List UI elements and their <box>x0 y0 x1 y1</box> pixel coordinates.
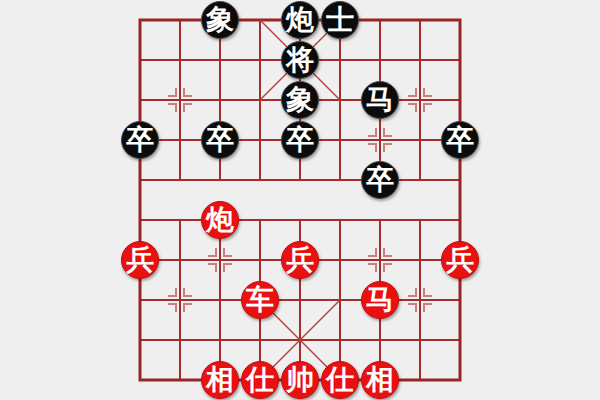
piece-red-advisor[interactable]: 仕 <box>321 361 359 399</box>
board-point-1-4[interactable] <box>160 160 200 200</box>
board-point-1-1[interactable] <box>160 40 200 80</box>
board-point-8-8[interactable] <box>440 320 480 360</box>
piece-black-horse[interactable]: 马 <box>361 81 399 119</box>
board-point-6-8[interactable] <box>360 320 400 360</box>
board-point-7-8[interactable] <box>400 320 440 360</box>
board-point-2-8[interactable] <box>200 320 240 360</box>
board-point-5-6[interactable] <box>320 240 360 280</box>
board-point-7-5[interactable] <box>400 200 440 240</box>
board-point-8-2[interactable] <box>440 80 480 120</box>
piece-black-soldier[interactable]: 卒 <box>201 121 239 159</box>
board-point-8-0[interactable] <box>440 0 480 40</box>
board-point-1-7[interactable] <box>160 280 200 320</box>
board-point-4-7[interactable] <box>280 280 320 320</box>
board-point-1-2[interactable] <box>160 80 200 120</box>
board-point-6-0[interactable] <box>360 0 400 40</box>
board-point-2-1[interactable] <box>200 40 240 80</box>
board-point-4-8[interactable] <box>280 320 320 360</box>
piece-red-chariot[interactable]: 车 <box>241 281 279 319</box>
xiangqi-board: 象炮士将象马卒卒卒卒卒炮兵兵兵车马相仕帅仕相 <box>120 0 480 400</box>
board-point-5-5[interactable] <box>320 200 360 240</box>
piece-black-general[interactable]: 将 <box>281 41 319 79</box>
xiangqi-app-screen: 象炮士将象马卒卒卒卒卒炮兵兵兵车马相仕帅仕相 <box>0 0 600 400</box>
board-point-2-7[interactable] <box>200 280 240 320</box>
board-point-0-2[interactable] <box>120 80 160 120</box>
board-point-1-6[interactable] <box>160 240 200 280</box>
board-point-5-4[interactable] <box>320 160 360 200</box>
piece-black-soldier[interactable]: 卒 <box>441 121 479 159</box>
piece-red-cannon[interactable]: 炮 <box>201 201 239 239</box>
piece-red-elephant[interactable]: 相 <box>361 361 399 399</box>
piece-black-soldier[interactable]: 卒 <box>281 121 319 159</box>
board-point-0-5[interactable] <box>120 200 160 240</box>
piece-black-elephant[interactable]: 象 <box>201 1 239 39</box>
board-point-8-4[interactable] <box>440 160 480 200</box>
board-point-7-9[interactable] <box>400 360 440 400</box>
board-point-3-3[interactable] <box>240 120 280 160</box>
board-point-1-5[interactable] <box>160 200 200 240</box>
board-point-6-1[interactable] <box>360 40 400 80</box>
board-point-1-9[interactable] <box>160 360 200 400</box>
board-point-8-7[interactable] <box>440 280 480 320</box>
board-point-0-7[interactable] <box>120 280 160 320</box>
board-point-3-5[interactable] <box>240 200 280 240</box>
board-point-8-9[interactable] <box>440 360 480 400</box>
board-point-6-3[interactable] <box>360 120 400 160</box>
board-point-3-1[interactable] <box>240 40 280 80</box>
board-point-6-5[interactable] <box>360 200 400 240</box>
board-point-5-1[interactable] <box>320 40 360 80</box>
piece-black-soldier[interactable]: 卒 <box>361 161 399 199</box>
piece-red-horse[interactable]: 马 <box>361 281 399 319</box>
board-point-7-6[interactable] <box>400 240 440 280</box>
piece-red-soldier[interactable]: 兵 <box>281 241 319 279</box>
piece-red-general[interactable]: 帅 <box>281 361 319 399</box>
board-point-3-4[interactable] <box>240 160 280 200</box>
board-point-7-1[interactable] <box>400 40 440 80</box>
board-point-0-4[interactable] <box>120 160 160 200</box>
board-point-3-2[interactable] <box>240 80 280 120</box>
board-point-0-9[interactable] <box>120 360 160 400</box>
board-point-5-2[interactable] <box>320 80 360 120</box>
board-point-8-1[interactable] <box>440 40 480 80</box>
board-point-2-2[interactable] <box>200 80 240 120</box>
board-point-5-8[interactable] <box>320 320 360 360</box>
piece-black-advisor[interactable]: 士 <box>321 1 359 39</box>
piece-red-elephant[interactable]: 相 <box>201 361 239 399</box>
board-point-1-3[interactable] <box>160 120 200 160</box>
board-point-7-0[interactable] <box>400 0 440 40</box>
board-point-5-7[interactable] <box>320 280 360 320</box>
piece-red-soldier[interactable]: 兵 <box>121 241 159 279</box>
board-point-7-3[interactable] <box>400 120 440 160</box>
board-point-0-1[interactable] <box>120 40 160 80</box>
board-point-3-6[interactable] <box>240 240 280 280</box>
piece-black-elephant[interactable]: 象 <box>281 81 319 119</box>
board-point-4-5[interactable] <box>280 200 320 240</box>
board-point-2-6[interactable] <box>200 240 240 280</box>
board-point-1-0[interactable] <box>160 0 200 40</box>
board-point-4-4[interactable] <box>280 160 320 200</box>
board-point-7-7[interactable] <box>400 280 440 320</box>
piece-red-advisor[interactable]: 仕 <box>241 361 279 399</box>
board-point-3-0[interactable] <box>240 0 280 40</box>
piece-red-soldier[interactable]: 兵 <box>441 241 479 279</box>
board-point-0-8[interactable] <box>120 320 160 360</box>
board-point-3-8[interactable] <box>240 320 280 360</box>
board-point-7-4[interactable] <box>400 160 440 200</box>
board-point-2-4[interactable] <box>200 160 240 200</box>
board-point-7-2[interactable] <box>400 80 440 120</box>
board-point-8-5[interactable] <box>440 200 480 240</box>
board-point-1-8[interactable] <box>160 320 200 360</box>
board-point-5-3[interactable] <box>320 120 360 160</box>
board-point-6-6[interactable] <box>360 240 400 280</box>
board-point-0-0[interactable] <box>120 0 160 40</box>
piece-black-soldier[interactable]: 卒 <box>121 121 159 159</box>
piece-black-cannon[interactable]: 炮 <box>281 1 319 39</box>
